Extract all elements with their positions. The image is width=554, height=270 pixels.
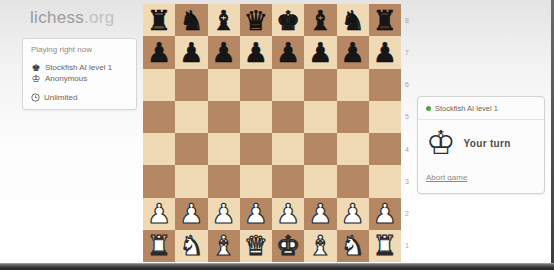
square-d6[interactable] xyxy=(240,69,272,101)
white-bishop[interactable]: ♝ xyxy=(308,232,332,259)
white-queen[interactable]: ♛ xyxy=(244,232,268,259)
square-f4[interactable] xyxy=(304,133,336,165)
square-h8[interactable]: ♜ xyxy=(369,4,401,36)
square-c2[interactable]: ♟ xyxy=(208,198,240,230)
square-f8[interactable]: ♝ xyxy=(304,4,336,36)
square-b7[interactable]: ♟ xyxy=(175,36,207,68)
online-status-dot xyxy=(426,106,431,111)
white-pawn[interactable]: ♟ xyxy=(373,200,397,227)
rank-label-4: 4 xyxy=(405,133,415,165)
square-a5[interactable] xyxy=(143,101,175,133)
rank-label-1: 1 xyxy=(405,230,415,262)
black-knight[interactable]: ♞ xyxy=(341,7,365,34)
white-pawn[interactable]: ♟ xyxy=(244,200,268,227)
black-rook[interactable]: ♜ xyxy=(147,7,171,34)
square-d8[interactable]: ♛ xyxy=(240,4,272,36)
white-pawn[interactable]: ♟ xyxy=(276,200,300,227)
black-king[interactable]: ♚ xyxy=(276,7,300,34)
abort-game-link[interactable]: Abort game xyxy=(426,173,467,182)
chess-board[interactable]: ♜♞♝♛♚♝♞♜♟♟♟♟♟♟♟♟♟♟♟♟♟♟♟♟♜♞♝♛♚♝♞♜ xyxy=(143,4,401,262)
black-pawn[interactable]: ♟ xyxy=(212,39,236,66)
square-e6[interactable] xyxy=(272,69,304,101)
black-pawn[interactable]: ♟ xyxy=(341,39,365,66)
square-b3[interactable] xyxy=(175,165,207,197)
lichess-game-page: lichess.org Playing right now ♚ Stockfis… xyxy=(0,0,554,270)
square-h5[interactable] xyxy=(369,101,401,133)
square-d7[interactable]: ♟ xyxy=(240,36,272,68)
square-e8[interactable]: ♚ xyxy=(272,4,304,36)
clock-icon xyxy=(31,93,40,102)
black-queen[interactable]: ♛ xyxy=(244,7,268,34)
square-g4[interactable] xyxy=(337,133,369,165)
black-king-icon: ♚ xyxy=(31,62,41,73)
square-h4[interactable] xyxy=(369,133,401,165)
white-king-icon: ♔ xyxy=(31,73,41,84)
square-a6[interactable] xyxy=(143,69,175,101)
lichess-logo[interactable]: lichess.org xyxy=(30,8,115,28)
white-pawn[interactable]: ♟ xyxy=(308,200,332,227)
rank-label-6: 6 xyxy=(405,69,415,101)
square-h6[interactable] xyxy=(369,69,401,101)
white-knight[interactable]: ♞ xyxy=(341,232,365,259)
black-bishop[interactable]: ♝ xyxy=(212,7,236,34)
square-f7[interactable]: ♟ xyxy=(304,36,336,68)
square-e5[interactable] xyxy=(272,101,304,133)
square-c4[interactable] xyxy=(208,133,240,165)
square-g6[interactable] xyxy=(337,69,369,101)
square-g5[interactable] xyxy=(337,101,369,133)
logo-main: lichess xyxy=(30,8,84,27)
square-c3[interactable] xyxy=(208,165,240,197)
square-d3[interactable] xyxy=(240,165,272,197)
square-b5[interactable] xyxy=(175,101,207,133)
white-king[interactable]: ♚ xyxy=(276,232,300,259)
square-b2[interactable]: ♟ xyxy=(175,198,207,230)
rank-labels: 87654321 xyxy=(405,4,415,262)
black-knight[interactable]: ♞ xyxy=(179,7,203,34)
square-a2[interactable]: ♟ xyxy=(143,198,175,230)
opponent-status-row: Stockfish AI level 1 xyxy=(418,97,544,120)
square-g3[interactable] xyxy=(337,165,369,197)
square-c8[interactable]: ♝ xyxy=(208,4,240,36)
square-e1[interactable]: ♚ xyxy=(272,230,304,262)
square-a1[interactable]: ♜ xyxy=(143,230,175,262)
square-e2[interactable]: ♟ xyxy=(272,198,304,230)
square-h1[interactable]: ♜ xyxy=(369,230,401,262)
square-c1[interactable]: ♝ xyxy=(208,230,240,262)
square-a4[interactable] xyxy=(143,133,175,165)
time-control-label: Unlimited xyxy=(44,93,77,102)
window-bottom-edge xyxy=(0,263,554,270)
black-pawn[interactable]: ♟ xyxy=(308,39,332,66)
square-f1[interactable]: ♝ xyxy=(304,230,336,262)
black-pawn[interactable]: ♟ xyxy=(276,39,300,66)
square-g1[interactable]: ♞ xyxy=(337,230,369,262)
white-rook[interactable]: ♜ xyxy=(147,232,171,259)
turn-label: Your turn xyxy=(464,138,511,149)
white-bishop[interactable]: ♝ xyxy=(212,232,236,259)
square-g8[interactable]: ♞ xyxy=(337,4,369,36)
square-a3[interactable] xyxy=(143,165,175,197)
square-c6[interactable] xyxy=(208,69,240,101)
square-b4[interactable] xyxy=(175,133,207,165)
square-f6[interactable] xyxy=(304,69,336,101)
white-pawn[interactable]: ♟ xyxy=(341,200,365,227)
black-pawn[interactable]: ♟ xyxy=(179,39,203,66)
white-pawn[interactable]: ♟ xyxy=(212,200,236,227)
playing-now-title: Playing right now xyxy=(31,45,128,54)
black-pawn[interactable]: ♟ xyxy=(244,39,268,66)
black-pawn[interactable]: ♟ xyxy=(147,39,171,66)
white-knight[interactable]: ♞ xyxy=(179,232,203,259)
rank-label-7: 7 xyxy=(405,36,415,68)
game-actions: Abort game xyxy=(418,163,544,193)
opponent-name: Stockfish AI level 1 xyxy=(435,104,498,113)
white-king-icon: ♔ xyxy=(426,125,456,161)
player-name-stockfish: Stockfish AI level 1 xyxy=(45,62,112,73)
player-row-anonymous[interactable]: ♔ Anonymous xyxy=(31,73,128,84)
square-d4[interactable] xyxy=(240,133,272,165)
square-a7[interactable]: ♟ xyxy=(143,36,175,68)
square-f2[interactable]: ♟ xyxy=(304,198,336,230)
time-control-row: Unlimited xyxy=(31,93,128,102)
square-d1[interactable]: ♛ xyxy=(240,230,272,262)
square-c5[interactable] xyxy=(208,101,240,133)
logo-suffix: .org xyxy=(84,8,115,27)
square-b6[interactable] xyxy=(175,69,207,101)
white-rook[interactable]: ♜ xyxy=(373,232,397,259)
square-c7[interactable]: ♟ xyxy=(208,36,240,68)
square-d5[interactable] xyxy=(240,101,272,133)
square-f3[interactable] xyxy=(304,165,336,197)
rank-label-8: 8 xyxy=(405,4,415,36)
square-g7[interactable]: ♟ xyxy=(337,36,369,68)
square-e3[interactable] xyxy=(272,165,304,197)
square-e4[interactable] xyxy=(272,133,304,165)
black-rook[interactable]: ♜ xyxy=(373,7,397,34)
player-row-stockfish[interactable]: ♚ Stockfish AI level 1 xyxy=(31,62,128,73)
playing-now-panel: Playing right now ♚ Stockfish AI level 1… xyxy=(22,38,137,110)
turn-indicator: ♔ Your turn xyxy=(418,120,544,163)
white-pawn[interactable]: ♟ xyxy=(179,200,203,227)
square-a8[interactable]: ♜ xyxy=(143,4,175,36)
white-pawn[interactable]: ♟ xyxy=(147,200,171,227)
square-f5[interactable] xyxy=(304,101,336,133)
game-status-panel: Stockfish AI level 1 ♔ Your turn Abort g… xyxy=(417,96,545,194)
black-bishop[interactable]: ♝ xyxy=(308,7,332,34)
square-h3[interactable] xyxy=(369,165,401,197)
square-b1[interactable]: ♞ xyxy=(175,230,207,262)
rank-label-5: 5 xyxy=(405,101,415,133)
player-name-anonymous: Anonymous xyxy=(45,73,87,84)
square-g2[interactable]: ♟ xyxy=(337,198,369,230)
square-e7[interactable]: ♟ xyxy=(272,36,304,68)
square-d2[interactable]: ♟ xyxy=(240,198,272,230)
square-h2[interactable]: ♟ xyxy=(369,198,401,230)
black-pawn[interactable]: ♟ xyxy=(373,39,397,66)
square-b8[interactable]: ♞ xyxy=(175,4,207,36)
rank-label-3: 3 xyxy=(405,165,415,197)
square-h7[interactable]: ♟ xyxy=(369,36,401,68)
rank-label-2: 2 xyxy=(405,198,415,230)
